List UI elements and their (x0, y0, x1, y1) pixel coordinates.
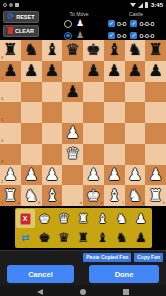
battery-icon (145, 2, 148, 8)
square-a3[interactable]: 3 (0, 144, 21, 165)
piece-black-pawn: ♟ (86, 63, 100, 79)
back-icon[interactable] (37, 289, 43, 295)
piece-black-rook: ♜ (77, 231, 89, 244)
notification-icons (3, 3, 19, 8)
square-e3[interactable] (83, 144, 104, 165)
piece-white-bishop: ♝ (107, 188, 121, 204)
cancel-button[interactable]: Cancel (7, 265, 74, 283)
square-h3[interactable] (145, 144, 166, 165)
rank-label: 3 (1, 160, 3, 164)
piece-white-pawn: ♟ (107, 167, 121, 183)
square-d2[interactable] (62, 165, 83, 186)
piece-white-pawn: ♟ (45, 167, 59, 183)
piece-black-pawn: ♟ (135, 231, 147, 244)
square-d4[interactable]: ♟ (62, 123, 83, 144)
square-d1[interactable]: d (62, 185, 83, 206)
piece-white-knight: ♞ (24, 188, 38, 204)
palette-black-king[interactable]: ♚ (35, 228, 54, 247)
square-g3[interactable] (125, 144, 146, 165)
square-c4[interactable] (42, 123, 63, 144)
file-label: h (163, 201, 165, 205)
piece-black-pawn: ♟ (148, 63, 162, 79)
square-c7[interactable]: ♟ (42, 61, 63, 82)
square-a7[interactable]: ♟7 (0, 61, 21, 82)
piece-white-knight: ♞ (128, 188, 142, 204)
file-label: b (38, 201, 40, 205)
piece-black-rook: ♜ (148, 42, 162, 58)
square-b2[interactable]: ♟ (21, 165, 42, 186)
piece-white-pawn: ♟ (128, 167, 142, 183)
square-c2[interactable]: ♟ (42, 165, 63, 186)
clear-button-label: CLEAR (15, 28, 34, 34)
square-c6[interactable] (42, 82, 63, 103)
square-e4[interactable] (83, 123, 104, 144)
square-h5[interactable] (145, 102, 166, 123)
square-f7[interactable]: ♟ (104, 61, 125, 82)
tool-delete[interactable]: X (16, 209, 35, 228)
square-f4[interactable] (104, 123, 125, 144)
palette-white-bishop[interactable]: ♝ (93, 209, 112, 228)
piece-black-pawn: ♟ (107, 63, 121, 79)
square-f6[interactable] (104, 82, 125, 103)
copy-fen-button[interactable]: Copy Fen (134, 253, 163, 262)
rank-label: 8 (1, 56, 3, 60)
square-c8[interactable]: ♝ (42, 40, 63, 61)
square-e7[interactable]: ♟ (83, 61, 104, 82)
piece-black-knight: ♞ (128, 42, 142, 58)
file-label: f (122, 201, 123, 205)
piece-white-queen: ♛ (65, 146, 79, 162)
clear-button[interactable]: CLEAR (3, 25, 39, 37)
piece-black-pawn: ♟ (128, 63, 142, 79)
piece-white-king: ♚ (39, 212, 51, 225)
piece-black-pawn: ♟ (45, 63, 59, 79)
palette-white-rook[interactable]: ♜ (73, 209, 92, 228)
home-icon[interactable] (80, 289, 86, 295)
square-h7[interactable]: ♟ (145, 61, 166, 82)
white-pawn-icon: ♟ (76, 19, 84, 28)
square-h8[interactable]: ♜ (145, 40, 166, 61)
to-move-label: To Move (60, 11, 98, 17)
piece-white-bishop: ♝ (45, 188, 59, 204)
square-g4[interactable] (125, 123, 146, 144)
piece-white-bishop: ♝ (96, 212, 108, 225)
square-h2[interactable]: ♟ (145, 165, 166, 186)
black-pawn-icon: ♟ (76, 31, 84, 40)
square-f8[interactable]: ♝ (104, 40, 125, 61)
square-c3[interactable] (42, 144, 63, 165)
palette-black-knight[interactable]: ♞ (112, 228, 131, 247)
recents-icon[interactable] (123, 289, 129, 295)
piece-black-rook: ♜ (3, 42, 17, 58)
white-queenside-checkbox[interactable] (130, 20, 137, 27)
palette-white-king[interactable]: ♚ (35, 209, 54, 228)
piece-white-rook: ♜ (77, 212, 89, 225)
chess-board: ♜8♞♝♛♚♝♞♜♟7♟♟♟♟♟♟6♟54♟3♛♟2♟♟♟♟♟♟♜1a♞b♝cd… (0, 40, 166, 206)
file-label: e (101, 201, 103, 205)
rank-label: 6 (1, 97, 3, 101)
square-g1[interactable]: ♞g (125, 185, 146, 206)
piece-black-bishop: ♝ (96, 231, 108, 244)
palette-white-pawn[interactable]: ♟ (131, 209, 150, 228)
piece-white-rook: ♜ (148, 188, 162, 204)
swap-arrows-icon: ⇄ (21, 233, 29, 243)
square-b6[interactable] (21, 82, 42, 103)
piece-black-queen: ♛ (65, 42, 79, 58)
action-button-row: Cancel Done (0, 263, 166, 285)
piece-black-queen: ♛ (58, 231, 70, 244)
piece-black-bishop: ♝ (107, 42, 121, 58)
square-g2[interactable]: ♟ (125, 165, 146, 186)
piece-white-pawn: ♟ (65, 125, 79, 141)
file-label: a (18, 201, 20, 205)
square-e8[interactable]: ♚ (83, 40, 104, 61)
fen-button-row: Paste Copied Fen Copy Fen (0, 250, 166, 263)
square-b1[interactable]: ♞b (21, 185, 42, 206)
square-a6[interactable]: 6 (0, 82, 21, 103)
signal-icon (138, 3, 143, 8)
square-h6[interactable] (145, 82, 166, 103)
black-kingside-checkbox[interactable] (108, 32, 115, 39)
square-b8[interactable]: ♞ (21, 40, 42, 61)
piece-palette: X♚♛♜♝♞♟⇄♚♛♜♝♞♟ (15, 208, 152, 248)
rank-label: 2 (1, 180, 3, 184)
piece-black-knight: ♞ (24, 42, 38, 58)
file-label: c (59, 201, 61, 205)
square-e2[interactable]: ♟ (83, 165, 104, 186)
piece-black-pawn: ♟ (65, 84, 79, 100)
square-b3[interactable] (21, 144, 42, 165)
square-f2[interactable]: ♟ (104, 165, 125, 186)
square-a8[interactable]: ♜8 (0, 40, 21, 61)
castle-group: Castle O-O O-O-O O-O O-O-O (108, 11, 164, 41)
palette-area: X♚♛♜♝♞♟⇄♚♛♜♝♞♟ (0, 206, 166, 250)
square-c1[interactable]: ♝c (42, 185, 63, 206)
white-kingside-label: O-O (117, 21, 126, 27)
piece-white-queen: ♛ (58, 212, 70, 225)
black-to-move-radio[interactable] (64, 32, 72, 40)
rank-label: 4 (1, 139, 3, 143)
square-h1[interactable]: ♜h (145, 185, 166, 206)
notification-circle-icon (3, 3, 7, 7)
square-g5[interactable] (125, 102, 146, 123)
square-a4[interactable]: 4 (0, 123, 21, 144)
clock-text: 3:45 (151, 2, 163, 8)
black-queenside-checkbox[interactable] (130, 32, 137, 39)
piece-white-rook: ♜ (3, 188, 17, 204)
piece-black-king: ♚ (86, 42, 100, 58)
to-move-group: To Move ♟ ♟ (60, 11, 98, 41)
chess-editor-app: 3:45 ⟳ RESET CLEAR To Move ♟ ♟ (0, 0, 166, 296)
square-e6[interactable] (83, 82, 104, 103)
palette-white-knight[interactable]: ♞ (112, 209, 131, 228)
piece-black-bishop: ♝ (45, 42, 59, 58)
white-to-move-radio[interactable] (64, 20, 72, 28)
rank-label: 7 (1, 77, 3, 81)
rank-label: 1 (1, 201, 3, 205)
square-g7[interactable]: ♟ (125, 61, 146, 82)
square-a2[interactable]: ♟2 (0, 165, 21, 186)
wifi-icon (130, 3, 136, 7)
reset-button[interactable]: ⟳ RESET (3, 11, 39, 23)
paste-fen-button[interactable]: Paste Copied Fen (83, 253, 131, 262)
delete-x-icon: X (20, 213, 31, 225)
refresh-icon: ⟳ (7, 14, 14, 20)
notification-file-icon (15, 3, 19, 8)
piece-black-pawn: ♟ (3, 63, 17, 79)
palette-white-queen[interactable]: ♛ (54, 209, 73, 228)
reset-button-label: RESET (16, 14, 34, 20)
notification-dot-icon (9, 3, 13, 7)
trash-icon (8, 28, 13, 34)
piece-white-pawn: ♟ (3, 167, 17, 183)
palette-black-queen[interactable]: ♛ (54, 228, 73, 247)
square-e1[interactable]: ♚e (83, 185, 104, 206)
piece-white-king: ♚ (86, 188, 100, 204)
square-g8[interactable]: ♞ (125, 40, 146, 61)
square-a1[interactable]: ♜1a (0, 185, 21, 206)
piece-white-pawn: ♟ (135, 212, 147, 225)
square-c5[interactable] (42, 102, 63, 123)
piece-black-knight: ♞ (116, 231, 128, 244)
palette-black-pawn[interactable]: ♟ (131, 228, 150, 247)
square-f5[interactable] (104, 102, 125, 123)
square-d3[interactable]: ♛ (62, 144, 83, 165)
square-b4[interactable] (21, 123, 42, 144)
square-b7[interactable]: ♟ (21, 61, 42, 82)
square-f3[interactable] (104, 144, 125, 165)
square-e5[interactable] (83, 102, 104, 123)
file-label: g (142, 201, 144, 205)
palette-black-rook[interactable]: ♜ (73, 228, 92, 247)
android-nav-bar (0, 285, 166, 296)
square-h4[interactable] (145, 123, 166, 144)
piece-white-pawn: ♟ (24, 167, 38, 183)
square-d5[interactable] (62, 102, 83, 123)
file-label: d (80, 201, 82, 205)
piece-black-pawn: ♟ (24, 63, 38, 79)
square-g6[interactable] (125, 82, 146, 103)
black-queenside-label: O-O-O (139, 33, 154, 39)
square-d8[interactable]: ♛ (62, 40, 83, 61)
piece-black-king: ♚ (39, 231, 51, 244)
piece-white-pawn: ♟ (148, 167, 162, 183)
editor-toolbar: ⟳ RESET CLEAR To Move ♟ ♟ Castle O-O (0, 10, 166, 40)
white-kingside-checkbox[interactable] (108, 20, 115, 27)
white-queenside-label: O-O-O (139, 21, 154, 27)
status-bar: 3:45 (0, 0, 166, 10)
done-button[interactable]: Done (89, 265, 159, 283)
square-d6[interactable]: ♟ (62, 82, 83, 103)
rank-label: 5 (1, 118, 3, 122)
black-kingside-label: O-O (117, 33, 126, 39)
square-b5[interactable] (21, 102, 42, 123)
system-status-icons: 3:45 (130, 2, 163, 8)
piece-white-knight: ♞ (116, 212, 128, 225)
palette-black-bishop[interactable]: ♝ (93, 228, 112, 247)
square-a5[interactable]: 5 (0, 102, 21, 123)
piece-white-pawn: ♟ (86, 167, 100, 183)
castle-label: Castle (108, 11, 164, 17)
square-f1[interactable]: ♝f (104, 185, 125, 206)
tool-swap-colors[interactable]: ⇄ (16, 228, 35, 247)
square-d7[interactable] (62, 61, 83, 82)
